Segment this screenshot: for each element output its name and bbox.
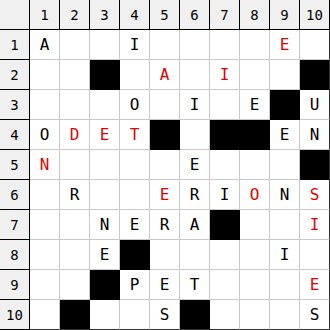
cell-r2c4[interactable] (120, 60, 150, 90)
cell-r8c2[interactable] (60, 240, 90, 270)
cell-r9c4[interactable]: P (120, 270, 150, 300)
cell-r1c4[interactable]: I (120, 30, 150, 60)
col-header-10: 10 (300, 0, 330, 30)
corner-cell (0, 0, 30, 30)
block-r8c4 (120, 240, 150, 270)
row-header-5: 5 (0, 150, 30, 180)
block-r4c5 (150, 120, 180, 150)
row-header-2: 2 (0, 60, 30, 90)
row-header-3: 3 (0, 90, 30, 120)
row-header-9: 9 (0, 270, 30, 300)
cell-r8c8[interactable] (240, 240, 270, 270)
cell-r3c5[interactable] (150, 90, 180, 120)
cell-r3c6[interactable]: I (180, 90, 210, 120)
cell-r4c3[interactable]: E (90, 120, 120, 150)
cell-r10c3[interactable] (90, 300, 120, 330)
cell-r5c3[interactable] (90, 150, 120, 180)
col-header-9: 9 (270, 0, 300, 30)
cell-r4c1[interactable]: O (30, 120, 60, 150)
cell-r6c1[interactable] (30, 180, 60, 210)
cell-r5c5[interactable] (150, 150, 180, 180)
cell-r10c7[interactable] (210, 300, 240, 330)
cell-r6c3[interactable] (90, 180, 120, 210)
cell-r3c10[interactable]: U (300, 90, 330, 120)
cell-r8c3[interactable]: E (90, 240, 120, 270)
cell-r3c1[interactable] (30, 90, 60, 120)
col-header-5: 5 (150, 0, 180, 30)
cell-r3c2[interactable] (60, 90, 90, 120)
block-r4c7 (210, 120, 240, 150)
cell-r10c10[interactable]: S (300, 300, 330, 330)
cell-r8c7[interactable] (210, 240, 240, 270)
cell-r1c1[interactable]: A (30, 30, 60, 60)
cell-r9c2[interactable] (60, 270, 90, 300)
cell-r10c4[interactable] (120, 300, 150, 330)
cell-r6c10[interactable]: S (300, 180, 330, 210)
cell-r1c2[interactable] (60, 30, 90, 60)
cell-r1c7[interactable] (210, 30, 240, 60)
col-header-7: 7 (210, 0, 240, 30)
cell-r6c5[interactable]: E (150, 180, 180, 210)
cell-r2c7[interactable]: I (210, 60, 240, 90)
row-header-1: 1 (0, 30, 30, 60)
cell-r3c7[interactable] (210, 90, 240, 120)
cell-r7c8[interactable] (240, 210, 270, 240)
cell-r5c2[interactable] (60, 150, 90, 180)
block-r4c8 (240, 120, 270, 150)
cell-r6c7[interactable]: I (210, 180, 240, 210)
cell-r6c8[interactable]: O (240, 180, 270, 210)
cell-r2c6[interactable] (180, 60, 210, 90)
cell-r7c4[interactable]: E (120, 210, 150, 240)
cell-r3c4[interactable]: O (120, 90, 150, 120)
cell-r9c1[interactable] (30, 270, 60, 300)
cell-r9c6[interactable]: T (180, 270, 210, 300)
cell-r9c9[interactable] (270, 270, 300, 300)
cell-r6c6[interactable]: R (180, 180, 210, 210)
cell-r10c9[interactable] (270, 300, 300, 330)
crossword-board: 123456789101AIE2AI3OIEU4ODETEN5NE6RERION… (0, 0, 330, 330)
block-r10c6 (180, 300, 210, 330)
cell-r8c9[interactable]: I (270, 240, 300, 270)
cell-r3c3[interactable] (90, 90, 120, 120)
cell-r10c8[interactable] (240, 300, 270, 330)
cell-r1c8[interactable] (240, 30, 270, 60)
col-header-6: 6 (180, 0, 210, 30)
cell-r1c3[interactable] (90, 30, 120, 60)
cell-r8c10[interactable] (300, 240, 330, 270)
cell-r10c1[interactable] (30, 300, 60, 330)
row-header-8: 8 (0, 240, 30, 270)
cell-r4c2[interactable]: D (60, 120, 90, 150)
col-header-8: 8 (240, 0, 270, 30)
cell-r4c9[interactable]: E (270, 120, 300, 150)
cell-r3c8[interactable]: E (240, 90, 270, 120)
row-header-4: 4 (0, 120, 30, 150)
row-header-6: 6 (0, 180, 30, 210)
cell-r2c9[interactable] (270, 60, 300, 90)
cell-r9c7[interactable] (210, 270, 240, 300)
cell-r6c9[interactable]: N (270, 180, 300, 210)
row-header-10: 10 (0, 300, 30, 330)
block-r5c10 (300, 150, 330, 180)
cell-r8c1[interactable] (30, 240, 60, 270)
block-r7c7 (210, 210, 240, 240)
cell-r4c4[interactable]: T (120, 120, 150, 150)
cell-r6c4[interactable] (120, 180, 150, 210)
cell-r9c10[interactable]: E (300, 270, 330, 300)
cell-r9c8[interactable] (240, 270, 270, 300)
cell-r6c2[interactable]: R (60, 180, 90, 210)
block-r9c3 (90, 270, 120, 300)
cell-r2c2[interactable] (60, 60, 90, 90)
cell-r7c5[interactable]: R (150, 210, 180, 240)
block-r2c10 (300, 60, 330, 90)
cell-r10c5[interactable]: S (150, 300, 180, 330)
cell-r5c1[interactable]: N (30, 150, 60, 180)
block-r2c3 (90, 60, 120, 90)
row-header-7: 7 (0, 210, 30, 240)
cell-r4c6[interactable] (180, 120, 210, 150)
cell-r7c10[interactable]: I (300, 210, 330, 240)
cell-r7c3[interactable]: N (90, 210, 120, 240)
cell-r2c1[interactable] (30, 60, 60, 90)
col-header-4: 4 (120, 0, 150, 30)
cell-r7c2[interactable] (60, 210, 90, 240)
cell-r5c7[interactable] (210, 150, 240, 180)
block-r10c2 (60, 300, 90, 330)
cell-r4c10[interactable]: N (300, 120, 330, 150)
cell-r7c9[interactable] (270, 210, 300, 240)
block-r3c9 (270, 90, 300, 120)
cell-r2c8[interactable] (240, 60, 270, 90)
cell-r7c1[interactable] (30, 210, 60, 240)
cell-r1c6[interactable] (180, 30, 210, 60)
col-header-3: 3 (90, 0, 120, 30)
cell-r8c6[interactable] (180, 240, 210, 270)
col-header-2: 2 (60, 0, 90, 30)
cell-r5c6[interactable]: E (180, 150, 210, 180)
cell-r9c5[interactable]: E (150, 270, 180, 300)
col-header-1: 1 (30, 0, 60, 30)
cell-r5c8[interactable] (240, 150, 270, 180)
cell-r1c5[interactable] (150, 30, 180, 60)
cell-r1c9[interactable]: E (270, 30, 300, 60)
cell-r2c5[interactable]: A (150, 60, 180, 90)
cell-r5c9[interactable] (270, 150, 300, 180)
cell-r7c6[interactable]: A (180, 210, 210, 240)
cell-r5c4[interactable] (120, 150, 150, 180)
cell-r8c5[interactable] (150, 240, 180, 270)
cell-r1c10[interactable] (300, 30, 330, 60)
